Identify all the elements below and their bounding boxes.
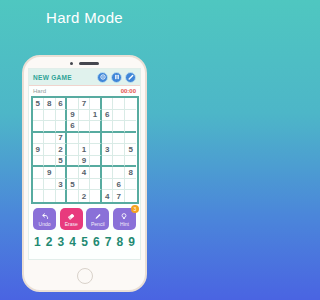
sudoku-cell[interactable] <box>56 190 68 202</box>
sudoku-cell[interactable] <box>90 190 102 202</box>
sudoku-cell[interactable] <box>90 167 102 179</box>
sudoku-cell[interactable] <box>113 133 125 145</box>
erase-label: Erase <box>65 222 78 227</box>
erase-button[interactable]: Erase <box>60 208 83 230</box>
sudoku-cell[interactable]: 7 <box>113 190 125 202</box>
sudoku-cell[interactable] <box>33 190 45 202</box>
sudoku-cell[interactable] <box>33 156 45 168</box>
sudoku-cell[interactable]: 2 <box>79 190 91 202</box>
sudoku-cell[interactable] <box>67 190 79 202</box>
sudoku-cell[interactable] <box>33 167 45 179</box>
hint-button[interactable]: 3 Hint <box>113 208 136 230</box>
pause-icon <box>113 73 121 81</box>
sudoku-cell[interactable] <box>113 110 125 122</box>
sudoku-cell[interactable]: 3 <box>102 144 114 156</box>
sudoku-cell[interactable]: 5 <box>33 98 45 110</box>
sudoku-cell[interactable]: 7 <box>56 133 68 145</box>
sudoku-cell[interactable] <box>90 156 102 168</box>
numberpad-4[interactable]: 4 <box>69 235 76 249</box>
sudoku-cell[interactable]: 8 <box>44 98 56 110</box>
pencil-button[interactable]: Pencil <box>86 208 109 230</box>
sudoku-cell[interactable]: 5 <box>67 179 79 191</box>
undo-label: Undo <box>39 222 51 227</box>
sudoku-cell[interactable] <box>102 179 114 191</box>
sudoku-cell[interactable] <box>113 156 125 168</box>
sudoku-cell[interactable] <box>67 167 79 179</box>
sudoku-cell[interactable] <box>44 144 56 156</box>
sudoku-cell[interactable] <box>79 121 91 133</box>
sudoku-cell[interactable] <box>125 98 137 110</box>
page-title: Hard Mode <box>0 9 169 26</box>
eraser-icon <box>66 212 76 221</box>
sudoku-cell[interactable] <box>113 167 125 179</box>
app-header: NEW GAME <box>29 69 140 86</box>
numberpad-3[interactable]: 3 <box>58 235 65 249</box>
sudoku-cell[interactable] <box>44 121 56 133</box>
numberpad-7[interactable]: 7 <box>105 235 112 249</box>
brush-icon <box>127 73 135 81</box>
sudoku-cell[interactable]: 4 <box>102 190 114 202</box>
sudoku-cell[interactable]: 6 <box>67 121 79 133</box>
sudoku-cell[interactable] <box>44 133 56 145</box>
sudoku-cell[interactable]: 1 <box>79 144 91 156</box>
timer: 00:00 <box>121 88 136 94</box>
difficulty-label: Hard <box>33 88 46 94</box>
sudoku-cell[interactable]: 1 <box>90 110 102 122</box>
sudoku-cell[interactable]: 9 <box>44 167 56 179</box>
numberpad-8[interactable]: 8 <box>116 235 123 249</box>
sudoku-cell[interactable] <box>90 98 102 110</box>
undo-button[interactable]: Undo <box>33 208 56 230</box>
sudoku-cell[interactable] <box>102 156 114 168</box>
sudoku-cell[interactable] <box>125 179 137 191</box>
settings-button[interactable] <box>97 72 108 83</box>
numberpad-1[interactable]: 1 <box>34 235 41 249</box>
speaker-slot <box>79 62 99 65</box>
sudoku-cell[interactable]: 6 <box>56 98 68 110</box>
sudoku-cell[interactable] <box>102 167 114 179</box>
sudoku-cell[interactable] <box>33 133 45 145</box>
pencil-label: Pencil <box>91 222 105 227</box>
sudoku-cell[interactable] <box>102 133 114 145</box>
sudoku-cell[interactable] <box>44 110 56 122</box>
sudoku-cell[interactable] <box>125 156 137 168</box>
numberpad-6[interactable]: 6 <box>93 235 100 249</box>
status-row: Hard 00:00 <box>29 86 140 96</box>
sudoku-cell[interactable]: 9 <box>33 144 45 156</box>
sudoku-grid: 5867916679213559948356247 <box>31 96 139 204</box>
header-buttons <box>97 72 136 83</box>
sudoku-cell[interactable]: 4 <box>79 167 91 179</box>
sudoku-cell[interactable] <box>125 110 137 122</box>
sudoku-app: NEW GAME Hard 00:00 58679166792135599483… <box>28 68 141 260</box>
sudoku-cell[interactable] <box>125 121 137 133</box>
sudoku-cell[interactable] <box>102 121 114 133</box>
sudoku-cell[interactable] <box>33 179 45 191</box>
sudoku-cell[interactable]: 5 <box>56 156 68 168</box>
sudoku-cell[interactable] <box>44 179 56 191</box>
sudoku-cell[interactable] <box>90 121 102 133</box>
sudoku-cell[interactable] <box>113 98 125 110</box>
pause-button[interactable] <box>111 72 122 83</box>
pencil-icon <box>93 212 103 221</box>
home-button[interactable] <box>77 268 93 284</box>
sudoku-cell[interactable]: 2 <box>56 144 68 156</box>
numberpad-2[interactable]: 2 <box>46 235 53 249</box>
sudoku-cell[interactable]: 7 <box>79 98 91 110</box>
sudoku-cell[interactable] <box>67 98 79 110</box>
phone-top-bezel <box>24 59 145 68</box>
sudoku-cell[interactable] <box>125 133 137 145</box>
sudoku-cell[interactable]: 9 <box>67 110 79 122</box>
sudoku-cell[interactable] <box>90 144 102 156</box>
numberpad: 123456789 <box>29 235 140 249</box>
sudoku-cell[interactable]: 3 <box>56 179 68 191</box>
sudoku-cell[interactable]: 8 <box>125 167 137 179</box>
sudoku-cell[interactable] <box>113 121 125 133</box>
sudoku-cell[interactable] <box>79 110 91 122</box>
sudoku-cell[interactable] <box>33 121 45 133</box>
sudoku-cell[interactable] <box>44 190 56 202</box>
sudoku-cell[interactable] <box>79 179 91 191</box>
toolbar: Undo Erase Pencil 3 Hint <box>29 208 140 230</box>
sudoku-cell[interactable] <box>56 167 68 179</box>
numberpad-5[interactable]: 5 <box>81 235 88 249</box>
sudoku-cell[interactable] <box>90 133 102 145</box>
sudoku-cell[interactable] <box>67 144 79 156</box>
camera-icon <box>70 62 73 65</box>
sudoku-cell[interactable] <box>56 121 68 133</box>
hint-badge: 3 <box>131 205 139 213</box>
sudoku-cell[interactable] <box>33 110 45 122</box>
sudoku-cell[interactable]: 6 <box>102 110 114 122</box>
sudoku-cell[interactable] <box>44 156 56 168</box>
sudoku-cell[interactable] <box>90 179 102 191</box>
sudoku-cell[interactable] <box>125 190 137 202</box>
sudoku-cell[interactable] <box>67 133 79 145</box>
settings-icon <box>99 73 107 81</box>
sudoku-cell[interactable] <box>79 133 91 145</box>
sudoku-cell[interactable]: 5 <box>125 144 137 156</box>
hint-label: Hint <box>120 222 129 227</box>
phone-mockup: NEW GAME Hard 00:00 58679166792135599483… <box>22 55 147 292</box>
numberpad-9[interactable]: 9 <box>128 235 135 249</box>
sudoku-cell[interactable]: 6 <box>113 179 125 191</box>
sudoku-cell[interactable] <box>56 110 68 122</box>
undo-icon <box>40 212 50 221</box>
app-title: NEW GAME <box>33 74 72 81</box>
sudoku-cell[interactable] <box>113 144 125 156</box>
sudoku-cell[interactable]: 9 <box>79 156 91 168</box>
lightbulb-icon <box>119 212 129 221</box>
brush-button[interactable] <box>125 72 136 83</box>
sudoku-cell[interactable] <box>102 98 114 110</box>
sudoku-cell[interactable] <box>67 156 79 168</box>
